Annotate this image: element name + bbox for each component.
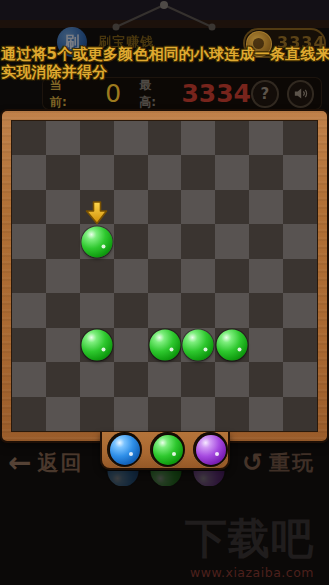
watermark-brand: 下载吧 — [185, 516, 314, 562]
board-cell[interactable] — [283, 121, 317, 155]
tutorial-line-2: 实现消除并得分 — [1, 63, 107, 82]
board-cell[interactable] — [283, 155, 317, 189]
board-cell[interactable] — [215, 259, 249, 293]
question-icon: ? — [260, 85, 269, 103]
board-cell[interactable] — [148, 362, 182, 396]
board-cell[interactable] — [12, 328, 46, 362]
board-cell[interactable] — [12, 190, 46, 224]
board-cell[interactable] — [181, 328, 215, 362]
speaker-icon — [292, 85, 309, 102]
board-cell[interactable] — [12, 293, 46, 327]
board-cell[interactable] — [46, 397, 80, 431]
current-score-value: 0 — [78, 79, 121, 109]
board-cell[interactable] — [80, 397, 114, 431]
board-grid — [12, 121, 317, 431]
board-cell[interactable] — [249, 190, 283, 224]
board-cell[interactable] — [181, 397, 215, 431]
tray-socket — [193, 432, 228, 467]
help-button[interactable]: ? — [251, 80, 278, 108]
board-cell[interactable] — [215, 293, 249, 327]
board-cell[interactable] — [249, 397, 283, 431]
game-screen: 刷 刷宝赚钱 3334 通过将5个或更多颜色相同的小球连成一条直线来 实现消除并… — [0, 0, 329, 585]
board-cell[interactable] — [12, 121, 46, 155]
board-cell[interactable] — [249, 328, 283, 362]
board-cell[interactable] — [80, 224, 114, 258]
board-cell[interactable] — [114, 259, 148, 293]
board-cell[interactable] — [249, 259, 283, 293]
board-cell[interactable] — [114, 362, 148, 396]
board-frame — [2, 111, 327, 441]
board-cell[interactable] — [181, 224, 215, 258]
board-cell[interactable] — [12, 224, 46, 258]
board-cell[interactable] — [249, 155, 283, 189]
replay-icon: ↺ — [242, 448, 263, 478]
board-cell[interactable] — [80, 259, 114, 293]
tutorial-line-1: 通过将5个或更多颜色相同的小球连成一条直线来 — [1, 45, 329, 64]
board-cell[interactable] — [215, 397, 249, 431]
board-cell[interactable] — [46, 224, 80, 258]
replay-button-label: 重玩 — [269, 449, 315, 477]
replay-button[interactable]: ↺ 重玩 — [242, 448, 315, 478]
board-cell[interactable] — [283, 224, 317, 258]
board-cell[interactable] — [249, 293, 283, 327]
back-arrow-icon: ← — [8, 448, 31, 478]
back-button[interactable]: ← 返回 — [8, 448, 83, 478]
selection-arrow-icon — [84, 201, 110, 226]
board-cell[interactable] — [80, 293, 114, 327]
board-cell[interactable] — [12, 259, 46, 293]
next-ball-green — [153, 435, 183, 465]
best-score-value: 3334 — [181, 79, 251, 109]
ball-reflection — [107, 471, 138, 486]
board-cell[interactable] — [80, 362, 114, 396]
next-ball-blue — [110, 435, 140, 465]
board-cell[interactable] — [46, 190, 80, 224]
board-cell[interactable] — [215, 121, 249, 155]
board-cell[interactable] — [114, 121, 148, 155]
tray-reflections — [100, 471, 230, 486]
board-cell[interactable] — [114, 190, 148, 224]
board-cell[interactable] — [181, 190, 215, 224]
ball-reflection — [150, 471, 181, 486]
board-cell[interactable] — [215, 155, 249, 189]
sound-button[interactable] — [287, 80, 314, 108]
board-cell[interactable] — [249, 121, 283, 155]
board-cell[interactable] — [114, 397, 148, 431]
board-cell[interactable] — [181, 362, 215, 396]
board-cell[interactable] — [114, 328, 148, 362]
board-cell[interactable] — [181, 259, 215, 293]
board-cell[interactable] — [283, 259, 317, 293]
watermark: 下载吧 www.xiazaiba.com — [185, 516, 314, 580]
board-cell[interactable] — [148, 121, 182, 155]
back-button-label: 返回 — [37, 449, 83, 477]
board-cell[interactable] — [283, 362, 317, 396]
watermark-url: www.xiazaiba.com — [185, 565, 314, 580]
board-cell[interactable] — [12, 397, 46, 431]
board-cell[interactable] — [46, 121, 80, 155]
ball-reflection — [193, 471, 224, 486]
board-cell[interactable] — [215, 190, 249, 224]
board — [11, 120, 318, 432]
board-cell[interactable] — [181, 293, 215, 327]
next-ball-purple — [196, 435, 226, 465]
board-cell[interactable] — [148, 259, 182, 293]
next-balls-tray — [100, 432, 230, 470]
board-cell[interactable] — [46, 155, 80, 189]
best-score-label: 最高: — [139, 77, 167, 111]
board-cell[interactable] — [80, 328, 114, 362]
board-cell[interactable] — [215, 224, 249, 258]
board-cell[interactable] — [148, 155, 182, 189]
board-cell[interactable] — [249, 224, 283, 258]
board-cell[interactable] — [283, 328, 317, 362]
board-cell[interactable] — [148, 293, 182, 327]
board-cell[interactable] — [46, 259, 80, 293]
board-cell[interactable] — [12, 362, 46, 396]
board-cell[interactable] — [46, 328, 80, 362]
board-cell[interactable] — [283, 190, 317, 224]
board-cell[interactable] — [215, 362, 249, 396]
board-cell[interactable] — [148, 224, 182, 258]
board-cell[interactable] — [283, 397, 317, 431]
board-cell[interactable] — [148, 190, 182, 224]
board-cell[interactable] — [181, 121, 215, 155]
board-cell[interactable] — [148, 328, 182, 362]
board-cell[interactable] — [12, 155, 46, 189]
board-cell[interactable] — [114, 155, 148, 189]
board-cell[interactable] — [80, 155, 114, 189]
board-cell[interactable] — [283, 293, 317, 327]
board-cell[interactable] — [114, 224, 148, 258]
tray-socket — [150, 432, 185, 467]
board-cell[interactable] — [46, 362, 80, 396]
tray-socket — [107, 432, 142, 467]
board-cell[interactable] — [215, 328, 249, 362]
board-cell[interactable] — [148, 397, 182, 431]
board-cell[interactable] — [80, 121, 114, 155]
board-cell[interactable] — [46, 293, 80, 327]
board-cell[interactable] — [181, 155, 215, 189]
board-cell[interactable] — [249, 362, 283, 396]
board-cell[interactable] — [114, 293, 148, 327]
